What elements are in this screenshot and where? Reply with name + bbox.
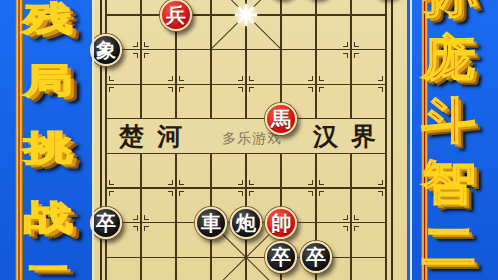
- grid-line: [210, 0, 211, 119]
- piece-glyph: 炮: [236, 213, 256, 233]
- banner-char: 残: [23, 1, 72, 35]
- banner-char: 战: [23, 200, 72, 234]
- point-marker: [343, 42, 359, 58]
- sparkle-marker: [234, 3, 258, 27]
- grid-line: [350, 0, 351, 119]
- piece-black-soldier[interactable]: 卒: [90, 207, 122, 239]
- river-label-han: 汉界: [313, 123, 389, 151]
- banner-char: 二: [422, 222, 476, 270]
- grid-line: [280, 0, 281, 119]
- piece-black-soldier[interactable]: 卒: [300, 241, 332, 273]
- banner-char: 二: [23, 261, 72, 280]
- point-marker: [238, 76, 254, 92]
- point-marker: [308, 180, 324, 196]
- piece-black-chariot[interactable]: 車: [195, 207, 227, 239]
- river-label-chu: 楚河: [119, 123, 195, 151]
- piece-red-soldier[interactable]: 兵: [160, 0, 192, 31]
- piece-black-cannon[interactable]: 炮: [230, 207, 262, 239]
- piece-black-soldier[interactable]: 卒: [265, 241, 297, 273]
- left-banner-panel: 残局挑战二: [0, 0, 92, 280]
- point-marker: [133, 42, 149, 58]
- xiangqi-board[interactable]: 楚河 汉界 多乐游戏 兵象馬卒車炮帥卒卒: [94, 0, 407, 280]
- piece-red-horse[interactable]: 馬: [265, 103, 297, 135]
- right-banner-panel: 孙庞斗智二: [412, 0, 498, 280]
- banner-char: 挑: [23, 130, 72, 164]
- banner-char: 智: [422, 158, 476, 206]
- piece-glyph: 卒: [96, 213, 116, 233]
- point-marker: [133, 215, 149, 231]
- piece-glyph: 兵: [166, 5, 186, 25]
- left-pinstripe: [92, 0, 94, 280]
- banner-char: 孙: [422, 0, 476, 18]
- left-gold-stripe: [15, 0, 23, 280]
- banner-char: 斗: [422, 96, 476, 144]
- piece-glyph: 象: [96, 40, 116, 60]
- board-border-right: [391, 0, 393, 280]
- piece-red-general[interactable]: 帥: [265, 207, 297, 239]
- point-marker: [343, 215, 359, 231]
- piece-glyph: 卒: [306, 247, 326, 267]
- piece-glyph: 馬: [271, 109, 291, 129]
- piece-glyph: 帥: [271, 213, 291, 233]
- piece-black-elephant[interactable]: 象: [90, 34, 122, 66]
- point-marker: [308, 76, 324, 92]
- grid-line: [315, 0, 316, 119]
- piece-glyph: 卒: [271, 247, 291, 267]
- piece-glyph: 車: [201, 213, 221, 233]
- banner-char: 局: [23, 63, 72, 97]
- grid-line: [140, 0, 141, 119]
- grid-line: [175, 153, 176, 280]
- point-marker: [168, 180, 184, 196]
- point-marker: [238, 180, 254, 196]
- point-marker: [168, 76, 184, 92]
- banner-char: 庞: [422, 33, 476, 81]
- game-screen: 残局挑战二 楚河 汉界 多乐游戏 兵象馬卒車炮帥卒卒 孙庞斗智二: [0, 0, 498, 280]
